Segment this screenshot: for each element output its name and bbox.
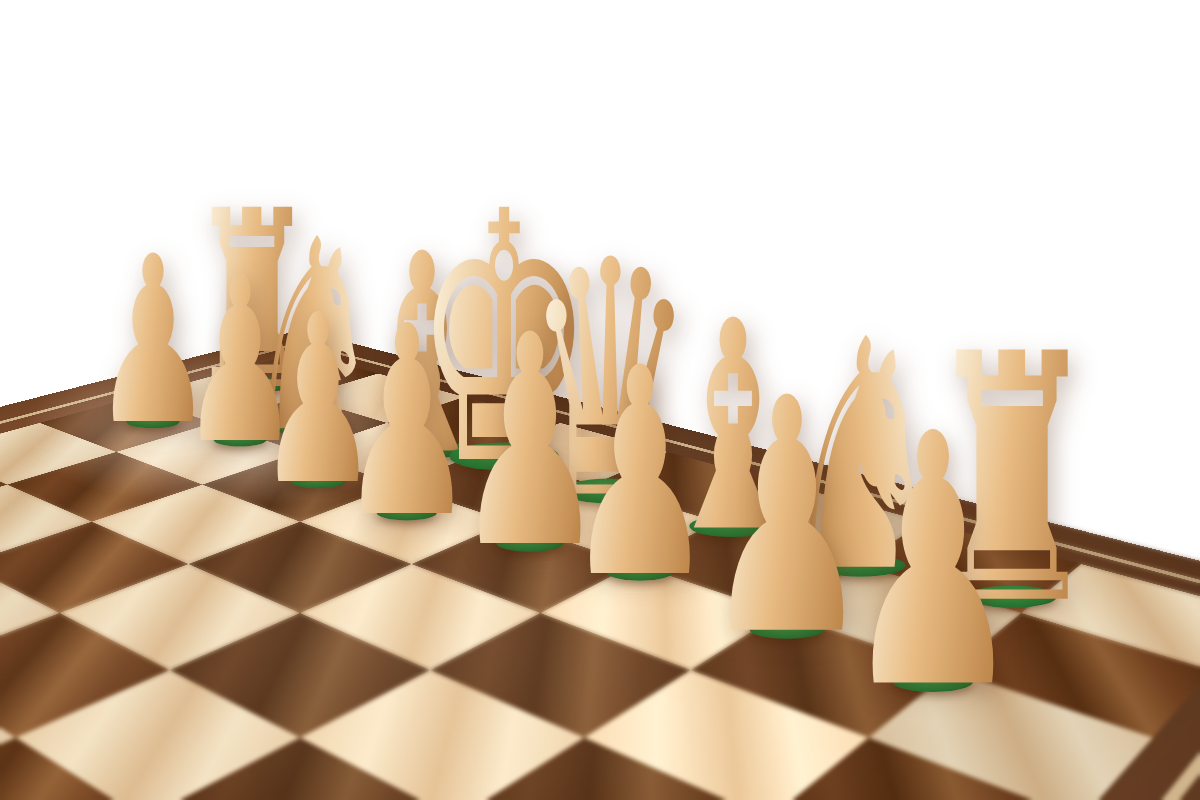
product-photo: ♜♟♞♟♝♚♟♛♟♝♟♞♟♜♟♟ [0,0,1200,800]
pieces-layer: ♜♟♞♟♝♚♟♛♟♝♟♞♟♜♟♟ [0,0,1200,800]
pawn-glyph: ♟ [843,389,1024,736]
chess-piece-white-pawn: ♟ [777,341,1088,688]
